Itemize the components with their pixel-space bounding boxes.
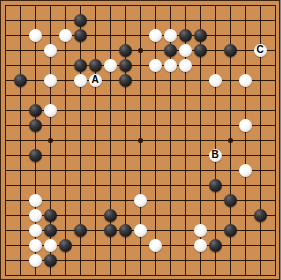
intersection-J17[interactable] [118, 28, 133, 43]
intersection-T2[interactable] [268, 253, 281, 268]
intersection-C6[interactable] [28, 193, 43, 208]
intersection-A7[interactable] [0, 178, 13, 193]
intersection-L9[interactable] [148, 148, 163, 163]
intersection-Q9[interactable] [223, 148, 238, 163]
intersection-B16[interactable] [13, 43, 28, 58]
intersection-A3[interactable] [0, 238, 13, 253]
intersection-Q12[interactable] [223, 103, 238, 118]
intersection-T12[interactable] [268, 103, 281, 118]
intersection-D3[interactable] [43, 238, 58, 253]
intersection-K13[interactable] [133, 88, 148, 103]
intersection-E6[interactable] [58, 193, 73, 208]
intersection-L19[interactable] [148, 0, 163, 13]
intersection-L7[interactable] [148, 178, 163, 193]
intersection-S2[interactable] [253, 253, 268, 268]
intersection-E18[interactable] [58, 13, 73, 28]
intersection-D17[interactable] [43, 28, 58, 43]
intersection-Q2[interactable] [223, 253, 238, 268]
intersection-F13[interactable] [73, 88, 88, 103]
intersection-S17[interactable] [253, 28, 268, 43]
intersection-M10[interactable] [163, 133, 178, 148]
intersection-G7[interactable] [88, 178, 103, 193]
intersection-F19[interactable] [73, 0, 88, 13]
intersection-A12[interactable] [0, 103, 13, 118]
intersection-H11[interactable] [103, 118, 118, 133]
intersection-O13[interactable] [193, 88, 208, 103]
intersection-A16[interactable] [0, 43, 13, 58]
intersection-B3[interactable] [13, 238, 28, 253]
intersection-S14[interactable] [253, 73, 268, 88]
intersection-E5[interactable] [58, 208, 73, 223]
intersection-K5[interactable] [133, 208, 148, 223]
intersection-K4[interactable] [133, 223, 148, 238]
intersection-M12[interactable] [163, 103, 178, 118]
intersection-M17[interactable] [163, 28, 178, 43]
intersection-R6[interactable] [238, 193, 253, 208]
intersection-T13[interactable] [268, 88, 281, 103]
intersection-L10[interactable] [148, 133, 163, 148]
intersection-T14[interactable] [268, 73, 281, 88]
intersection-L6[interactable] [148, 193, 163, 208]
intersection-R17[interactable] [238, 28, 253, 43]
intersection-N10[interactable] [178, 133, 193, 148]
intersection-M11[interactable] [163, 118, 178, 133]
intersection-T10[interactable] [268, 133, 281, 148]
intersection-J11[interactable] [118, 118, 133, 133]
intersection-K12[interactable] [133, 103, 148, 118]
intersection-E15[interactable] [58, 58, 73, 73]
intersection-T11[interactable] [268, 118, 281, 133]
intersection-K15[interactable] [133, 58, 148, 73]
intersection-J12[interactable] [118, 103, 133, 118]
intersection-P3[interactable] [208, 238, 223, 253]
intersection-Q4[interactable] [223, 223, 238, 238]
intersection-M8[interactable] [163, 163, 178, 178]
intersection-N14[interactable] [178, 73, 193, 88]
intersection-M4[interactable] [163, 223, 178, 238]
intersection-K14[interactable] [133, 73, 148, 88]
intersection-E14[interactable] [58, 73, 73, 88]
intersection-O17[interactable] [193, 28, 208, 43]
intersection-N18[interactable] [178, 13, 193, 28]
intersection-O8[interactable] [193, 163, 208, 178]
intersection-A14[interactable] [0, 73, 13, 88]
intersection-R4[interactable] [238, 223, 253, 238]
intersection-F12[interactable] [73, 103, 88, 118]
intersection-A13[interactable] [0, 88, 13, 103]
intersection-D12[interactable] [43, 103, 58, 118]
intersection-G13[interactable] [88, 88, 103, 103]
intersection-B4[interactable] [13, 223, 28, 238]
intersection-P13[interactable] [208, 88, 223, 103]
intersection-B14[interactable] [13, 73, 28, 88]
intersection-S7[interactable] [253, 178, 268, 193]
intersection-Q17[interactable] [223, 28, 238, 43]
intersection-N2[interactable] [178, 253, 193, 268]
intersection-K11[interactable] [133, 118, 148, 133]
intersection-M1[interactable] [163, 268, 178, 280]
intersection-C19[interactable] [28, 0, 43, 13]
intersection-B12[interactable] [13, 103, 28, 118]
intersection-M14[interactable] [163, 73, 178, 88]
intersection-A8[interactable] [0, 163, 13, 178]
intersection-T6[interactable] [268, 193, 281, 208]
intersection-C2[interactable] [28, 253, 43, 268]
intersection-P9[interactable]: B [208, 148, 223, 163]
intersection-D10[interactable] [43, 133, 58, 148]
intersection-R1[interactable] [238, 268, 253, 280]
intersection-R9[interactable] [238, 148, 253, 163]
intersection-Q15[interactable] [223, 58, 238, 73]
intersection-K7[interactable] [133, 178, 148, 193]
intersection-Q8[interactable] [223, 163, 238, 178]
intersection-O15[interactable] [193, 58, 208, 73]
intersection-M9[interactable] [163, 148, 178, 163]
intersection-J3[interactable] [118, 238, 133, 253]
intersection-N4[interactable] [178, 223, 193, 238]
intersection-J19[interactable] [118, 0, 133, 13]
intersection-Q18[interactable] [223, 13, 238, 28]
intersection-H7[interactable] [103, 178, 118, 193]
intersection-D7[interactable] [43, 178, 58, 193]
intersection-J2[interactable] [118, 253, 133, 268]
intersection-J16[interactable] [118, 43, 133, 58]
intersection-F14[interactable] [73, 73, 88, 88]
intersection-O1[interactable] [193, 268, 208, 280]
intersection-J5[interactable] [118, 208, 133, 223]
intersection-G8[interactable] [88, 163, 103, 178]
intersection-A11[interactable] [0, 118, 13, 133]
intersection-S16[interactable]: C [253, 43, 268, 58]
intersection-C11[interactable] [28, 118, 43, 133]
intersection-B10[interactable] [13, 133, 28, 148]
intersection-T18[interactable] [268, 13, 281, 28]
intersection-N1[interactable] [178, 268, 193, 280]
intersection-C15[interactable] [28, 58, 43, 73]
intersection-E3[interactable] [58, 238, 73, 253]
intersection-J4[interactable] [118, 223, 133, 238]
intersection-D8[interactable] [43, 163, 58, 178]
intersection-O11[interactable] [193, 118, 208, 133]
intersection-Q10[interactable] [223, 133, 238, 148]
intersection-R14[interactable] [238, 73, 253, 88]
intersection-M7[interactable] [163, 178, 178, 193]
intersection-Q6[interactable] [223, 193, 238, 208]
intersection-M13[interactable] [163, 88, 178, 103]
intersection-O14[interactable] [193, 73, 208, 88]
intersection-S8[interactable] [253, 163, 268, 178]
intersection-F7[interactable] [73, 178, 88, 193]
intersection-H18[interactable] [103, 13, 118, 28]
intersection-C13[interactable] [28, 88, 43, 103]
intersection-T1[interactable] [268, 268, 281, 280]
intersection-A10[interactable] [0, 133, 13, 148]
intersection-G19[interactable] [88, 0, 103, 13]
intersection-E19[interactable] [58, 0, 73, 13]
intersection-D19[interactable] [43, 0, 58, 13]
intersection-C4[interactable] [28, 223, 43, 238]
intersection-O16[interactable] [193, 43, 208, 58]
intersection-H12[interactable] [103, 103, 118, 118]
intersection-E4[interactable] [58, 223, 73, 238]
intersection-C1[interactable] [28, 268, 43, 280]
intersection-G14[interactable]: A [88, 73, 103, 88]
intersection-Q11[interactable] [223, 118, 238, 133]
intersection-L16[interactable] [148, 43, 163, 58]
intersection-A18[interactable] [0, 13, 13, 28]
intersection-E12[interactable] [58, 103, 73, 118]
intersection-O19[interactable] [193, 0, 208, 13]
intersection-H9[interactable] [103, 148, 118, 163]
intersection-D1[interactable] [43, 268, 58, 280]
intersection-G3[interactable] [88, 238, 103, 253]
intersection-K3[interactable] [133, 238, 148, 253]
intersection-K18[interactable] [133, 13, 148, 28]
intersection-G5[interactable] [88, 208, 103, 223]
intersection-D15[interactable] [43, 58, 58, 73]
intersection-M18[interactable] [163, 13, 178, 28]
intersection-T8[interactable] [268, 163, 281, 178]
intersection-F18[interactable] [73, 13, 88, 28]
intersection-M2[interactable] [163, 253, 178, 268]
intersection-O12[interactable] [193, 103, 208, 118]
intersection-R5[interactable] [238, 208, 253, 223]
intersection-P8[interactable] [208, 163, 223, 178]
intersection-Q13[interactable] [223, 88, 238, 103]
intersection-C5[interactable] [28, 208, 43, 223]
intersection-G16[interactable] [88, 43, 103, 58]
intersection-O18[interactable] [193, 13, 208, 28]
intersection-D9[interactable] [43, 148, 58, 163]
intersection-G12[interactable] [88, 103, 103, 118]
intersection-P15[interactable] [208, 58, 223, 73]
intersection-J9[interactable] [118, 148, 133, 163]
intersection-T15[interactable] [268, 58, 281, 73]
intersection-R7[interactable] [238, 178, 253, 193]
intersection-F16[interactable] [73, 43, 88, 58]
intersection-H5[interactable] [103, 208, 118, 223]
intersection-N12[interactable] [178, 103, 193, 118]
intersection-B13[interactable] [13, 88, 28, 103]
intersection-L8[interactable] [148, 163, 163, 178]
intersection-P2[interactable] [208, 253, 223, 268]
intersection-O2[interactable] [193, 253, 208, 268]
intersection-D4[interactable] [43, 223, 58, 238]
intersection-N9[interactable] [178, 148, 193, 163]
intersection-N6[interactable] [178, 193, 193, 208]
intersection-H10[interactable] [103, 133, 118, 148]
intersection-D16[interactable] [43, 43, 58, 58]
intersection-C16[interactable] [28, 43, 43, 58]
intersection-K1[interactable] [133, 268, 148, 280]
intersection-F5[interactable] [73, 208, 88, 223]
intersection-E11[interactable] [58, 118, 73, 133]
intersection-F3[interactable] [73, 238, 88, 253]
intersection-F11[interactable] [73, 118, 88, 133]
intersection-B17[interactable] [13, 28, 28, 43]
intersection-S18[interactable] [253, 13, 268, 28]
intersection-F15[interactable] [73, 58, 88, 73]
intersection-J6[interactable] [118, 193, 133, 208]
intersection-T5[interactable] [268, 208, 281, 223]
intersection-N3[interactable] [178, 238, 193, 253]
intersection-L4[interactable] [148, 223, 163, 238]
intersection-E8[interactable] [58, 163, 73, 178]
intersection-D11[interactable] [43, 118, 58, 133]
intersection-L13[interactable] [148, 88, 163, 103]
intersection-P10[interactable] [208, 133, 223, 148]
intersection-K2[interactable] [133, 253, 148, 268]
intersection-L12[interactable] [148, 103, 163, 118]
intersection-S19[interactable] [253, 0, 268, 13]
intersection-R18[interactable] [238, 13, 253, 28]
intersection-T19[interactable] [268, 0, 281, 13]
intersection-O7[interactable] [193, 178, 208, 193]
intersection-S13[interactable] [253, 88, 268, 103]
intersection-E2[interactable] [58, 253, 73, 268]
intersection-R8[interactable] [238, 163, 253, 178]
intersection-P14[interactable] [208, 73, 223, 88]
intersection-P1[interactable] [208, 268, 223, 280]
intersection-L11[interactable] [148, 118, 163, 133]
intersection-L2[interactable] [148, 253, 163, 268]
intersection-O9[interactable] [193, 148, 208, 163]
intersection-P19[interactable] [208, 0, 223, 13]
intersection-P16[interactable] [208, 43, 223, 58]
intersection-S11[interactable] [253, 118, 268, 133]
intersection-K8[interactable] [133, 163, 148, 178]
intersection-Q16[interactable] [223, 43, 238, 58]
intersection-G6[interactable] [88, 193, 103, 208]
intersection-A2[interactable] [0, 253, 13, 268]
intersection-A9[interactable] [0, 148, 13, 163]
intersection-M16[interactable] [163, 43, 178, 58]
intersection-M6[interactable] [163, 193, 178, 208]
intersection-C8[interactable] [28, 163, 43, 178]
intersection-B18[interactable] [13, 13, 28, 28]
intersection-N5[interactable] [178, 208, 193, 223]
intersection-K10[interactable] [133, 133, 148, 148]
intersection-L1[interactable] [148, 268, 163, 280]
intersection-K16[interactable] [133, 43, 148, 58]
intersection-B15[interactable] [13, 58, 28, 73]
intersection-S9[interactable] [253, 148, 268, 163]
intersection-D2[interactable] [43, 253, 58, 268]
intersection-M3[interactable] [163, 238, 178, 253]
intersection-Q7[interactable] [223, 178, 238, 193]
intersection-Q19[interactable] [223, 0, 238, 13]
intersection-C3[interactable] [28, 238, 43, 253]
intersection-E17[interactable] [58, 28, 73, 43]
intersection-A19[interactable] [0, 0, 13, 13]
intersection-P4[interactable] [208, 223, 223, 238]
intersection-J15[interactable] [118, 58, 133, 73]
intersection-P7[interactable] [208, 178, 223, 193]
intersection-F17[interactable] [73, 28, 88, 43]
intersection-Q3[interactable] [223, 238, 238, 253]
intersection-B6[interactable] [13, 193, 28, 208]
intersection-B2[interactable] [13, 253, 28, 268]
intersection-D5[interactable] [43, 208, 58, 223]
intersection-R19[interactable] [238, 0, 253, 13]
intersection-S6[interactable] [253, 193, 268, 208]
intersection-L14[interactable] [148, 73, 163, 88]
intersection-Q14[interactable] [223, 73, 238, 88]
intersection-R13[interactable] [238, 88, 253, 103]
intersection-A4[interactable] [0, 223, 13, 238]
intersection-Q5[interactable] [223, 208, 238, 223]
intersection-S15[interactable] [253, 58, 268, 73]
intersection-S4[interactable] [253, 223, 268, 238]
intersection-N8[interactable] [178, 163, 193, 178]
intersection-B1[interactable] [13, 268, 28, 280]
intersection-R16[interactable] [238, 43, 253, 58]
intersection-F10[interactable] [73, 133, 88, 148]
intersection-B9[interactable] [13, 148, 28, 163]
intersection-C12[interactable] [28, 103, 43, 118]
intersection-E9[interactable] [58, 148, 73, 163]
intersection-N7[interactable] [178, 178, 193, 193]
intersection-E16[interactable] [58, 43, 73, 58]
intersection-N17[interactable] [178, 28, 193, 43]
intersection-A1[interactable] [0, 268, 13, 280]
intersection-T17[interactable] [268, 28, 281, 43]
intersection-S10[interactable] [253, 133, 268, 148]
intersection-L18[interactable] [148, 13, 163, 28]
intersection-P18[interactable] [208, 13, 223, 28]
intersection-B7[interactable] [13, 178, 28, 193]
intersection-L3[interactable] [148, 238, 163, 253]
intersection-O3[interactable] [193, 238, 208, 253]
intersection-N13[interactable] [178, 88, 193, 103]
intersection-G15[interactable] [88, 58, 103, 73]
intersection-C9[interactable] [28, 148, 43, 163]
intersection-A17[interactable] [0, 28, 13, 43]
intersection-A15[interactable] [0, 58, 13, 73]
intersection-C10[interactable] [28, 133, 43, 148]
intersection-E10[interactable] [58, 133, 73, 148]
intersection-E1[interactable] [58, 268, 73, 280]
intersection-L17[interactable] [148, 28, 163, 43]
intersection-G4[interactable] [88, 223, 103, 238]
intersection-E13[interactable] [58, 88, 73, 103]
intersection-C7[interactable] [28, 178, 43, 193]
intersection-T9[interactable] [268, 148, 281, 163]
intersection-G1[interactable] [88, 268, 103, 280]
intersection-H2[interactable] [103, 253, 118, 268]
intersection-P5[interactable] [208, 208, 223, 223]
intersection-B11[interactable] [13, 118, 28, 133]
intersection-H16[interactable] [103, 43, 118, 58]
intersection-P11[interactable] [208, 118, 223, 133]
intersection-H15[interactable] [103, 58, 118, 73]
intersection-C17[interactable] [28, 28, 43, 43]
intersection-H1[interactable] [103, 268, 118, 280]
intersection-H19[interactable] [103, 0, 118, 13]
intersection-E7[interactable] [58, 178, 73, 193]
intersection-J14[interactable] [118, 73, 133, 88]
intersection-J18[interactable] [118, 13, 133, 28]
intersection-R15[interactable] [238, 58, 253, 73]
intersection-R10[interactable] [238, 133, 253, 148]
intersection-B5[interactable] [13, 208, 28, 223]
intersection-J10[interactable] [118, 133, 133, 148]
intersection-D18[interactable] [43, 13, 58, 28]
intersection-J7[interactable] [118, 178, 133, 193]
intersection-L5[interactable] [148, 208, 163, 223]
intersection-M19[interactable] [163, 0, 178, 13]
intersection-P12[interactable] [208, 103, 223, 118]
